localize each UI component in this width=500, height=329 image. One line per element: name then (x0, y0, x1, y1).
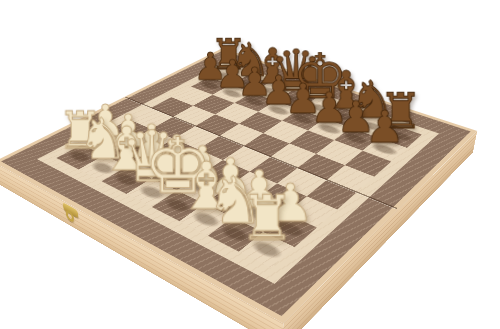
white-rook: ♜ (222, 187, 311, 249)
black-pawn: ♟ (348, 105, 421, 149)
chess-board: ♜♞♝♛♚♝♞♜♟♟♟♟♟♟♟♟♟♟♟♟♟♟♟♟♜♞♝♛♚♝♞♜ (0, 48, 477, 323)
board-top-surface: ♜♞♝♛♚♝♞♜♟♟♟♟♟♟♟♟♟♟♟♟♟♟♟♟♜♞♝♛♚♝♞♜ (0, 48, 477, 323)
product-photo-scene: ♜♞♝♛♚♝♞♜♟♟♟♟♟♟♟♟♟♟♟♟♟♟♟♟♜♞♝♛♚♝♞♜ (0, 0, 500, 329)
